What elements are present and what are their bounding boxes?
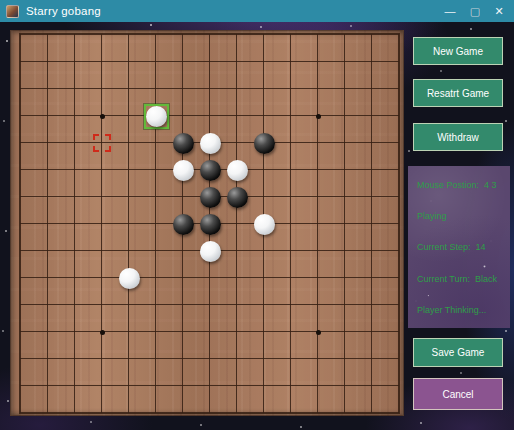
stone-black — [200, 214, 221, 235]
stone-black — [173, 133, 194, 154]
star-point — [100, 330, 105, 335]
star-point — [316, 330, 321, 335]
save-game-button[interactable]: Save Game — [413, 338, 503, 367]
star-point — [316, 114, 321, 119]
stone-black — [254, 133, 275, 154]
gobang-board[interactable] — [10, 30, 404, 416]
stone-black — [200, 187, 221, 208]
star-point — [100, 114, 105, 119]
window-title: Starry gobang — [26, 5, 101, 17]
app-icon — [6, 5, 19, 18]
stone-black — [200, 160, 221, 181]
stone-black — [173, 214, 194, 235]
restart-game-button[interactable]: Resatrt Game — [413, 79, 503, 107]
app-window: Starry gobang — ▢ ✕ New Game Resatrt Gam… — [0, 0, 514, 430]
player-thinking-text: Player Thinking... — [417, 305, 486, 315]
close-button[interactable]: ✕ — [487, 0, 511, 22]
withdraw-button[interactable]: Withdraw — [413, 123, 503, 151]
current-step-text: Current Step: 14 — [417, 242, 486, 252]
stone-white — [173, 160, 194, 181]
minimize-button[interactable]: — — [438, 0, 462, 22]
current-turn-text: Current Turn: Black — [417, 274, 497, 284]
new-game-button[interactable]: New Game — [413, 37, 503, 65]
maximize-button[interactable]: ▢ — [463, 0, 487, 22]
title-bar: Starry gobang — ▢ ✕ — [0, 0, 514, 22]
stone-white — [146, 106, 167, 127]
stone-white — [200, 133, 221, 154]
game-state-text: Playing — [417, 211, 447, 221]
stone-white — [119, 268, 140, 289]
mouse-cursor-marker — [93, 134, 111, 152]
status-panel: Mouse Postion: 4 3 Playing Current Step:… — [408, 166, 510, 328]
cancel-button[interactable]: Cancel — [413, 378, 503, 410]
stone-white — [254, 214, 275, 235]
mouse-position-text: Mouse Postion: 4 3 — [417, 180, 497, 190]
stone-white — [200, 241, 221, 262]
stone-white — [227, 160, 248, 181]
stone-black — [227, 187, 248, 208]
